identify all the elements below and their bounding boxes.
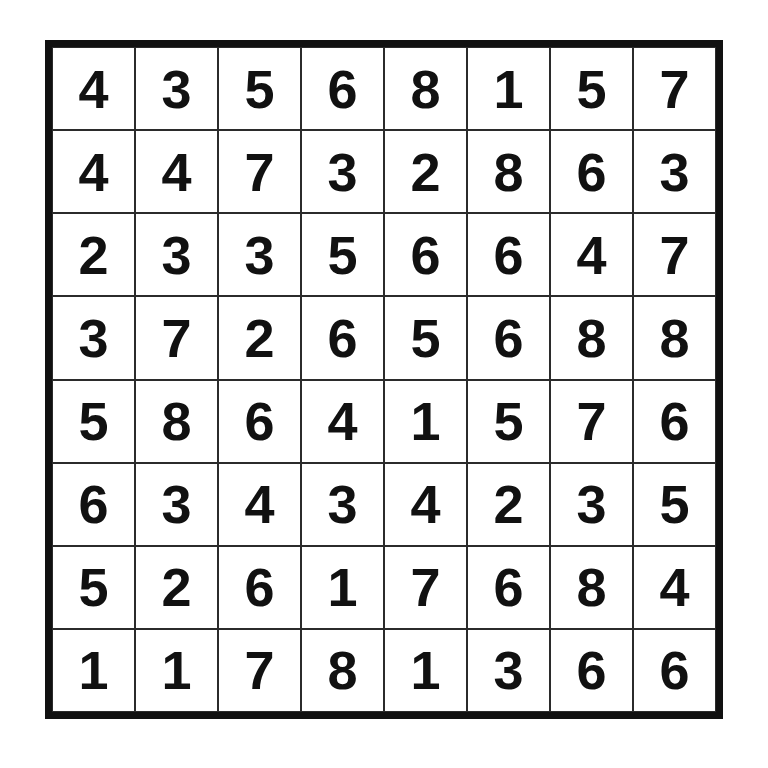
cell-r5-c7[interactable]: 7: [550, 380, 633, 463]
cell-r6-c7[interactable]: 3: [550, 463, 633, 546]
cell-r4-c2[interactable]: 7: [135, 296, 218, 379]
cell-r8-c4[interactable]: 8: [301, 629, 384, 712]
cell-r6-c8[interactable]: 5: [633, 463, 716, 546]
cell-r1-c3[interactable]: 5: [218, 47, 301, 130]
cell-r2-c7[interactable]: 6: [550, 130, 633, 213]
cell-r8-c8[interactable]: 6: [633, 629, 716, 712]
cell-r3-c2[interactable]: 3: [135, 213, 218, 296]
cell-r8-c7[interactable]: 6: [550, 629, 633, 712]
cell-r6-c1[interactable]: 6: [52, 463, 135, 546]
cell-r5-c1[interactable]: 5: [52, 380, 135, 463]
cell-r3-c3[interactable]: 3: [218, 213, 301, 296]
cell-r2-c4[interactable]: 3: [301, 130, 384, 213]
cell-r8-c3[interactable]: 7: [218, 629, 301, 712]
cell-r3-c8[interactable]: 7: [633, 213, 716, 296]
cell-r2-c8[interactable]: 3: [633, 130, 716, 213]
cell-r7-c8[interactable]: 4: [633, 546, 716, 629]
cell-r6-c5[interactable]: 4: [384, 463, 467, 546]
cell-r7-c1[interactable]: 5: [52, 546, 135, 629]
cell-r2-c1[interactable]: 4: [52, 130, 135, 213]
cell-r7-c4[interactable]: 1: [301, 546, 384, 629]
cell-r7-c3[interactable]: 6: [218, 546, 301, 629]
cell-r4-c1[interactable]: 3: [52, 296, 135, 379]
cell-r6-c2[interactable]: 3: [135, 463, 218, 546]
cell-r3-c5[interactable]: 6: [384, 213, 467, 296]
cell-r4-c6[interactable]: 6: [467, 296, 550, 379]
cell-r4-c4[interactable]: 6: [301, 296, 384, 379]
cell-r1-c8[interactable]: 7: [633, 47, 716, 130]
cell-r6-c3[interactable]: 4: [218, 463, 301, 546]
cell-r1-c1[interactable]: 4: [52, 47, 135, 130]
cell-r2-c5[interactable]: 2: [384, 130, 467, 213]
cell-r3-c6[interactable]: 6: [467, 213, 550, 296]
cell-r4-c8[interactable]: 8: [633, 296, 716, 379]
cell-r7-c5[interactable]: 7: [384, 546, 467, 629]
cell-r5-c6[interactable]: 5: [467, 380, 550, 463]
cell-r1-c7[interactable]: 5: [550, 47, 633, 130]
cell-r3-c4[interactable]: 5: [301, 213, 384, 296]
cell-r5-c5[interactable]: 1: [384, 380, 467, 463]
cell-r2-c3[interactable]: 7: [218, 130, 301, 213]
cell-r8-c5[interactable]: 1: [384, 629, 467, 712]
cell-r3-c7[interactable]: 4: [550, 213, 633, 296]
cell-r4-c3[interactable]: 2: [218, 296, 301, 379]
page: 4356815744732863233566473726568858641576…: [0, 0, 768, 768]
cell-r6-c4[interactable]: 3: [301, 463, 384, 546]
cell-r2-c2[interactable]: 4: [135, 130, 218, 213]
cell-r7-c6[interactable]: 6: [467, 546, 550, 629]
cell-r4-c7[interactable]: 8: [550, 296, 633, 379]
cell-r4-c5[interactable]: 5: [384, 296, 467, 379]
cell-r1-c6[interactable]: 1: [467, 47, 550, 130]
cell-r1-c2[interactable]: 3: [135, 47, 218, 130]
cell-r1-c4[interactable]: 6: [301, 47, 384, 130]
cell-r3-c1[interactable]: 2: [52, 213, 135, 296]
cell-r5-c2[interactable]: 8: [135, 380, 218, 463]
cell-r5-c4[interactable]: 4: [301, 380, 384, 463]
cell-r8-c6[interactable]: 3: [467, 629, 550, 712]
cell-r5-c3[interactable]: 6: [218, 380, 301, 463]
cell-r8-c1[interactable]: 1: [52, 629, 135, 712]
cell-r7-c2[interactable]: 2: [135, 546, 218, 629]
cell-r6-c6[interactable]: 2: [467, 463, 550, 546]
puzzle-board: 4356815744732863233566473726568858641576…: [45, 40, 723, 719]
cell-r5-c8[interactable]: 6: [633, 380, 716, 463]
cell-r7-c7[interactable]: 8: [550, 546, 633, 629]
cell-r1-c5[interactable]: 8: [384, 47, 467, 130]
cell-r8-c2[interactable]: 1: [135, 629, 218, 712]
cell-r2-c6[interactable]: 8: [467, 130, 550, 213]
